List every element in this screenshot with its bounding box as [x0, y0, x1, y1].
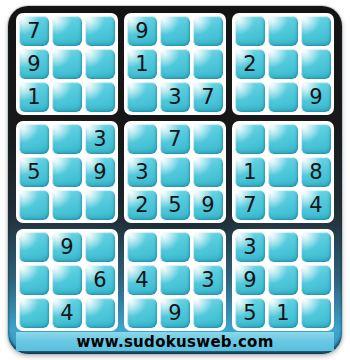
sudoku-cell-r5c5[interactable] — [160, 157, 190, 187]
sudoku-cell-r4c6[interactable] — [193, 124, 223, 154]
board-frame: 7919137293597325918749644393951 www.sudo… — [8, 6, 342, 354]
sudoku-cell-r3c5[interactable]: 3 — [160, 82, 190, 112]
sudoku-cell-r8c1[interactable] — [19, 265, 49, 295]
sudoku-cell-r6c3[interactable] — [85, 190, 115, 220]
sudoku-cell-r7c2[interactable]: 9 — [52, 232, 82, 262]
sudoku-block-5: 1874 — [232, 121, 334, 223]
sudoku-block-8: 3951 — [232, 229, 334, 331]
sudoku-cell-r4c1[interactable] — [19, 124, 49, 154]
sudoku-cell-r5c4[interactable]: 3 — [127, 157, 157, 187]
sudoku-block-0: 791 — [16, 13, 118, 115]
sudoku-cell-r3c8[interactable] — [268, 82, 298, 112]
sudoku-cell-r3c9[interactable]: 9 — [301, 82, 331, 112]
sudoku-cell-r1c5[interactable] — [160, 16, 190, 46]
sudoku-cell-r9c4[interactable] — [127, 298, 157, 328]
sudoku-cell-r9c5[interactable]: 9 — [160, 298, 190, 328]
sudoku-cell-r2c9[interactable] — [301, 49, 331, 79]
sudoku-cell-r1c8[interactable] — [268, 16, 298, 46]
sudoku-cell-r6c6[interactable]: 9 — [193, 190, 223, 220]
sudoku-cell-r1c3[interactable] — [85, 16, 115, 46]
sudoku-cell-r3c6[interactable]: 7 — [193, 82, 223, 112]
sudoku-cell-r5c9[interactable]: 8 — [301, 157, 331, 187]
sudoku-cell-r7c1[interactable] — [19, 232, 49, 262]
sudoku-cell-r2c5[interactable] — [160, 49, 190, 79]
sudoku-cell-r1c7[interactable] — [235, 16, 265, 46]
sudoku-cell-r8c6[interactable]: 3 — [193, 265, 223, 295]
sudoku-cell-r1c9[interactable] — [301, 16, 331, 46]
sudoku-cell-r9c6[interactable] — [193, 298, 223, 328]
sudoku-cell-r2c2[interactable] — [52, 49, 82, 79]
sudoku-cell-r9c1[interactable] — [19, 298, 49, 328]
sudoku-cell-r9c2[interactable]: 4 — [52, 298, 82, 328]
sudoku-cell-r8c7[interactable]: 9 — [235, 265, 265, 295]
sudoku-cell-r3c2[interactable] — [52, 82, 82, 112]
sudoku-cell-r7c8[interactable] — [268, 232, 298, 262]
sudoku-cell-r5c8[interactable] — [268, 157, 298, 187]
sudoku-cell-r5c1[interactable]: 5 — [19, 157, 49, 187]
sudoku-cell-r1c2[interactable] — [52, 16, 82, 46]
sudoku-board: 7919137293597325918749644393951 — [16, 13, 334, 331]
sudoku-cell-r3c1[interactable]: 1 — [19, 82, 49, 112]
sudoku-cell-r5c6[interactable] — [193, 157, 223, 187]
sudoku-cell-r6c7[interactable]: 7 — [235, 190, 265, 220]
site-footer: www.sudokusweb.com — [16, 332, 334, 351]
sudoku-block-2: 29 — [232, 13, 334, 115]
sudoku-cell-r6c1[interactable] — [19, 190, 49, 220]
sudoku-cell-r2c3[interactable] — [85, 49, 115, 79]
sudoku-cell-r7c5[interactable] — [160, 232, 190, 262]
sudoku-cell-r7c6[interactable] — [193, 232, 223, 262]
sudoku-cell-r8c3[interactable]: 6 — [85, 265, 115, 295]
sudoku-app: 7919137293597325918749644393951 www.sudo… — [0, 0, 350, 360]
sudoku-cell-r3c4[interactable] — [127, 82, 157, 112]
sudoku-cell-r9c7[interactable]: 5 — [235, 298, 265, 328]
sudoku-cell-r2c7[interactable]: 2 — [235, 49, 265, 79]
sudoku-cell-r4c3[interactable]: 3 — [85, 124, 115, 154]
sudoku-cell-r4c5[interactable]: 7 — [160, 124, 190, 154]
sudoku-cell-r4c7[interactable] — [235, 124, 265, 154]
sudoku-cell-r5c7[interactable]: 1 — [235, 157, 265, 187]
sudoku-cell-r8c4[interactable]: 4 — [127, 265, 157, 295]
sudoku-cell-r4c8[interactable] — [268, 124, 298, 154]
sudoku-cell-r1c1[interactable]: 7 — [19, 16, 49, 46]
sudoku-cell-r8c8[interactable] — [268, 265, 298, 295]
sudoku-cell-r6c8[interactable] — [268, 190, 298, 220]
sudoku-cell-r1c6[interactable] — [193, 16, 223, 46]
sudoku-cell-r3c3[interactable] — [85, 82, 115, 112]
sudoku-cell-r4c4[interactable] — [127, 124, 157, 154]
sudoku-cell-r2c1[interactable]: 9 — [19, 49, 49, 79]
sudoku-cell-r7c7[interactable]: 3 — [235, 232, 265, 262]
sudoku-cell-r7c3[interactable] — [85, 232, 115, 262]
sudoku-cell-r2c8[interactable] — [268, 49, 298, 79]
sudoku-block-3: 359 — [16, 121, 118, 223]
sudoku-cell-r9c3[interactable] — [85, 298, 115, 328]
sudoku-cell-r8c9[interactable] — [301, 265, 331, 295]
sudoku-cell-r4c9[interactable] — [301, 124, 331, 154]
sudoku-cell-r7c4[interactable] — [127, 232, 157, 262]
sudoku-block-4: 73259 — [124, 121, 226, 223]
sudoku-cell-r9c8[interactable]: 1 — [268, 298, 298, 328]
sudoku-cell-r6c4[interactable]: 2 — [127, 190, 157, 220]
sudoku-cell-r8c5[interactable] — [160, 265, 190, 295]
site-url-label: www.sudokusweb.com — [76, 333, 273, 351]
sudoku-cell-r3c7[interactable] — [235, 82, 265, 112]
sudoku-cell-r9c9[interactable] — [301, 298, 331, 328]
sudoku-cell-r5c2[interactable] — [52, 157, 82, 187]
sudoku-cell-r8c2[interactable] — [52, 265, 82, 295]
sudoku-block-1: 9137 — [124, 13, 226, 115]
sudoku-cell-r6c5[interactable]: 5 — [160, 190, 190, 220]
sudoku-cell-r7c9[interactable] — [301, 232, 331, 262]
sudoku-cell-r6c2[interactable] — [52, 190, 82, 220]
sudoku-cell-r6c9[interactable]: 4 — [301, 190, 331, 220]
sudoku-block-7: 439 — [124, 229, 226, 331]
sudoku-cell-r4c2[interactable] — [52, 124, 82, 154]
sudoku-cell-r5c3[interactable]: 9 — [85, 157, 115, 187]
sudoku-cell-r2c4[interactable]: 1 — [127, 49, 157, 79]
sudoku-block-6: 964 — [16, 229, 118, 331]
sudoku-cell-r1c4[interactable]: 9 — [127, 16, 157, 46]
sudoku-cell-r2c6[interactable] — [193, 49, 223, 79]
